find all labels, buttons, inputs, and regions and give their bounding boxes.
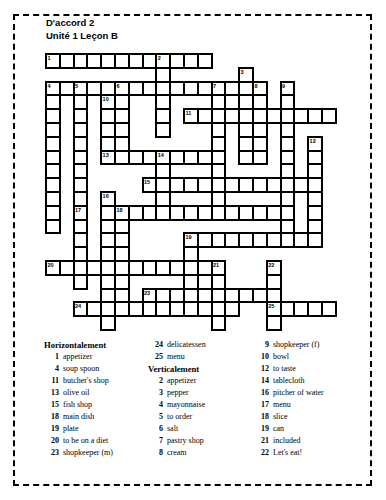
clue-item: 15fish shop <box>44 399 113 411</box>
clue-item: 24delicatessen <box>148 339 206 351</box>
clue-item: 22Let's eat! <box>254 447 324 459</box>
clue-item: 5to order <box>148 411 206 423</box>
clue-text: appetizer <box>63 352 92 361</box>
clue-item: 3pepper <box>148 387 206 399</box>
clue-item: 21included <box>254 435 324 447</box>
clue-text: olive oil <box>63 388 89 397</box>
clue-number-label: 4 <box>47 83 50 89</box>
clue-text: pepper <box>167 388 189 397</box>
worksheet-title: D'accord 2 Unité 1 Leçon B <box>46 17 118 42</box>
clue-item: 17menu <box>254 399 324 411</box>
clue-number: 2 <box>148 375 163 387</box>
word-outline-down-18 <box>114 205 130 304</box>
title-line1: D'accord 2 <box>46 17 118 30</box>
clue-text: shopkeeper (f) <box>273 340 319 349</box>
clue-number: 21 <box>254 435 269 447</box>
clue-number: 20 <box>44 435 59 447</box>
clue-text: slice <box>273 412 288 421</box>
clue-number-label: 10 <box>103 96 109 102</box>
word-outline-down-12 <box>307 136 323 248</box>
clue-number: 6 <box>148 423 163 435</box>
worksheet-page: D'accord 2 Unité 1 Leçon B 1234567891011… <box>0 0 386 500</box>
word-outline-down-5 <box>73 81 89 207</box>
clue-number: 9 <box>254 339 269 351</box>
clue-item: 4soup spoon <box>44 363 113 375</box>
word-outline-across-1 <box>45 53 213 69</box>
clue-number-label: 20 <box>47 262 53 268</box>
clue-item: 8cream <box>148 447 206 459</box>
clue-number: 3 <box>148 387 163 399</box>
clue-item: 20to be on a diet <box>44 435 113 447</box>
word-outline-down-9 <box>280 81 296 249</box>
clue-number: 17 <box>254 399 269 411</box>
clue-number-label: 22 <box>268 262 274 268</box>
clue-text: to taste <box>273 364 296 373</box>
clue-number-label: 11 <box>185 110 191 116</box>
clue-item: 16pitcher of water <box>254 387 324 399</box>
clue-number-label: 18 <box>116 207 122 213</box>
clue-number-label: 16 <box>103 193 109 199</box>
clue-number: 16 <box>254 387 269 399</box>
clue-text: Let's eat! <box>273 448 302 457</box>
clue-number: 11 <box>44 375 59 387</box>
clue-item: 25menu <box>148 351 206 363</box>
clue-number-label: 1 <box>47 55 50 61</box>
clue-text: menu <box>273 400 291 409</box>
clue-number-label: 8 <box>254 83 257 89</box>
clue-number: 19 <box>254 423 269 435</box>
clue-text: plate <box>63 424 79 433</box>
clue-text: pitcher of water <box>273 388 324 397</box>
clue-number-label: 23 <box>144 290 150 296</box>
word-outline-across-18 <box>114 205 295 221</box>
clue-text: fish shop <box>63 400 92 409</box>
clue-text: mayonnaise <box>167 400 205 409</box>
word-outline-across-19 <box>183 232 323 248</box>
clue-number-label: 15 <box>144 179 150 185</box>
clue-text: cream <box>167 448 187 457</box>
clue-text: included <box>273 436 301 445</box>
clue-number: 4 <box>148 399 163 411</box>
clue-text: shopkeeper (m) <box>63 448 113 457</box>
clue-item: 6salt <box>148 423 206 435</box>
clue-number-label: 13 <box>103 152 109 158</box>
word-outline-down-7 <box>211 81 227 221</box>
clue-number: 1 <box>44 351 59 363</box>
clue-column-3: 9shopkeeper (f)10bowl12to taste14tablecl… <box>254 339 324 459</box>
word-outline-down-8 <box>252 81 268 166</box>
clue-number: 15 <box>44 399 59 411</box>
clue-text: menu <box>167 352 185 361</box>
clue-column-1: Horizontalement1appetizer4soup spoon11bu… <box>44 339 113 459</box>
clue-number-label: 3 <box>241 69 244 75</box>
clue-number: 18 <box>254 411 269 423</box>
clue-item: 4mayonnaise <box>148 399 206 411</box>
clue-text: tablecloth <box>273 376 305 385</box>
clue-item: 18main dish <box>44 411 113 423</box>
word-outline-down-21 <box>211 260 227 331</box>
clue-number: 24 <box>148 339 163 351</box>
word-outline-down-14 <box>155 150 171 221</box>
title-line2: Unité 1 Leçon B <box>46 30 118 43</box>
clue-item: 11butcher's shop <box>44 375 113 387</box>
clue-number-label: 9 <box>282 83 285 89</box>
clue-item: 12to taste <box>254 363 324 375</box>
clue-item: 23shopkeeper (m) <box>44 447 113 459</box>
word-outline-down-22 <box>266 260 282 331</box>
word-outline-down-4 <box>45 81 61 235</box>
clue-number: 23 <box>44 447 59 459</box>
clue-number-label: 14 <box>158 152 164 158</box>
clue-item: 10bowl <box>254 351 324 363</box>
clue-number: 18 <box>44 411 59 423</box>
clue-number: 10 <box>254 351 269 363</box>
clue-column-2: 24delicatessen25menuVerticalement2appeti… <box>148 339 206 459</box>
clue-item: 19can <box>254 423 324 435</box>
clue-list-header: Verticalement <box>148 363 206 375</box>
clue-item: 13olive oil <box>44 387 113 399</box>
clue-item: 7pastry shop <box>148 435 206 447</box>
clue-item: 18slice <box>254 411 324 423</box>
clue-item: 14tablecloth <box>254 375 324 387</box>
clue-number-label: 12 <box>310 138 316 144</box>
clue-text: main dish <box>63 412 94 421</box>
clue-number-label: 2 <box>158 55 161 61</box>
clue-item: 19plate <box>44 423 113 435</box>
clue-item: 2appetizer <box>148 375 206 387</box>
clue-number: 14 <box>254 375 269 387</box>
clue-text: butcher's shop <box>63 376 109 385</box>
clue-number: 5 <box>148 411 163 423</box>
clue-number: 25 <box>148 351 163 363</box>
clue-number-label: 19 <box>185 234 191 240</box>
clue-text: salt <box>167 424 178 433</box>
clue-number: 13 <box>44 387 59 399</box>
word-outline-down-19 <box>183 232 199 303</box>
clue-number-label: 24 <box>75 303 81 309</box>
clue-number: 7 <box>148 435 163 447</box>
clue-text: soup spoon <box>63 364 99 373</box>
clue-number-label: 21 <box>213 262 219 268</box>
clue-number-label: 25 <box>268 303 274 309</box>
clue-text: pastry shop <box>167 436 204 445</box>
clue-text: to order <box>167 412 192 421</box>
clue-text: to be on a diet <box>63 436 108 445</box>
clue-text: can <box>273 424 284 433</box>
clue-number: 22 <box>254 447 269 459</box>
clue-text: delicatessen <box>167 340 206 349</box>
clue-list-header: Horizontalement <box>44 339 113 351</box>
clue-number: 8 <box>148 447 163 459</box>
clue-number-label: 7 <box>213 83 216 89</box>
word-outline-down-2 <box>155 53 171 138</box>
word-outline-down-6 <box>114 81 130 166</box>
clue-number-label: 17 <box>75 207 81 213</box>
word-outline-down-17 <box>73 205 89 290</box>
clue-text: appetizer <box>167 376 196 385</box>
clue-number: 19 <box>44 423 59 435</box>
clue-number: 12 <box>254 363 269 375</box>
clue-item: 9shopkeeper (f) <box>254 339 324 351</box>
clue-number: 4 <box>44 363 59 375</box>
clue-number-label: 5 <box>75 83 78 89</box>
clue-item: 1appetizer <box>44 351 113 363</box>
clue-text: bowl <box>273 352 289 361</box>
clue-number-label: 6 <box>116 83 119 89</box>
